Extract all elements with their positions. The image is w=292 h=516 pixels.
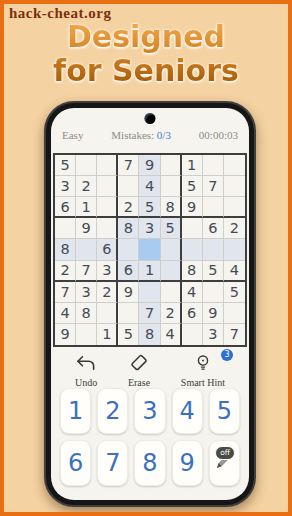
sudoku-cell-r1c1[interactable]: 5 bbox=[55, 155, 76, 176]
sudoku-cell-r7c8[interactable] bbox=[203, 282, 224, 303]
banner-title: Designed for Seniors bbox=[4, 20, 288, 88]
app-screenshot: hack-cheat.org Designed for Seniors Easy… bbox=[0, 0, 292, 516]
sudoku-cell-r4c4[interactable]: 8 bbox=[118, 218, 139, 239]
sudoku-cell-r2c6[interactable] bbox=[161, 176, 182, 197]
mistakes-label: Mistakes: bbox=[111, 129, 154, 141]
sudoku-cell-r1c3[interactable] bbox=[97, 155, 118, 176]
erase-label: Erase bbox=[128, 377, 150, 388]
numpad-4[interactable]: 4 bbox=[172, 388, 203, 434]
sudoku-cell-r7c7[interactable]: 4 bbox=[182, 282, 203, 303]
sudoku-cell-r5c6[interactable] bbox=[161, 239, 182, 260]
sudoku-cell-r4c5[interactable]: 3 bbox=[139, 218, 160, 239]
sudoku-cell-r9c7[interactable] bbox=[182, 324, 203, 345]
sudoku-cell-r5c8[interactable] bbox=[203, 239, 224, 260]
lightbulb-icon bbox=[193, 354, 213, 375]
sudoku-cell-r3c1[interactable]: 6 bbox=[55, 197, 76, 218]
sudoku-cell-r5c1[interactable]: 8 bbox=[55, 239, 76, 260]
sudoku-cell-r3c8[interactable] bbox=[203, 197, 224, 218]
sudoku-cell-r2c5[interactable]: 4 bbox=[139, 176, 160, 197]
sudoku-cell-r8c1[interactable]: 4 bbox=[55, 303, 76, 324]
sudoku-cell-r7c2[interactable]: 3 bbox=[76, 282, 97, 303]
sudoku-cell-r7c9[interactable]: 5 bbox=[224, 282, 245, 303]
sudoku-cell-r9c5[interactable]: 8 bbox=[139, 324, 160, 345]
sudoku-cell-r5c3[interactable]: 6 bbox=[97, 239, 118, 260]
sudoku-cell-r4c2[interactable]: 9 bbox=[76, 218, 97, 239]
sudoku-board: 5791324576125899835628627361854732945487… bbox=[53, 153, 247, 347]
sudoku-cell-r5c7[interactable] bbox=[182, 239, 203, 260]
sudoku-cell-r6c2[interactable]: 7 bbox=[76, 261, 97, 282]
numpad-9[interactable]: 9 bbox=[172, 440, 203, 486]
sudoku-cell-r7c4[interactable]: 9 bbox=[118, 282, 139, 303]
sudoku-cell-r8c3[interactable] bbox=[97, 303, 118, 324]
sudoku-cell-r2c8[interactable]: 7 bbox=[203, 176, 224, 197]
numpad-6[interactable]: 6 bbox=[60, 440, 91, 486]
status-bar: Easy Mistakes: 0/3 00:00:03 bbox=[51, 129, 249, 141]
sudoku-cell-r3c4[interactable]: 2 bbox=[118, 197, 139, 218]
sudoku-cell-r4c9[interactable]: 2 bbox=[224, 218, 245, 239]
camera-hole bbox=[145, 113, 156, 124]
sudoku-cell-r8c4[interactable] bbox=[118, 303, 139, 324]
toolbar: Undo Erase bbox=[51, 354, 249, 388]
sudoku-cell-r2c3[interactable] bbox=[97, 176, 118, 197]
sudoku-cell-r8c8[interactable]: 9 bbox=[203, 303, 224, 324]
numpad-5[interactable]: 5 bbox=[209, 388, 240, 434]
sudoku-cell-r6c1[interactable]: 2 bbox=[55, 261, 76, 282]
sudoku-cell-r6c8[interactable]: 5 bbox=[203, 261, 224, 282]
numpad-3[interactable]: 3 bbox=[134, 388, 165, 434]
sudoku-cell-r1c7[interactable]: 1 bbox=[182, 155, 203, 176]
sudoku-cell-r3c2[interactable]: 1 bbox=[76, 197, 97, 218]
sudoku-cell-r7c1[interactable]: 7 bbox=[55, 282, 76, 303]
eraser-icon bbox=[128, 354, 150, 375]
numpad-8[interactable]: 8 bbox=[134, 440, 165, 486]
undo-label: Undo bbox=[75, 377, 97, 388]
sudoku-cell-r1c2[interactable] bbox=[76, 155, 97, 176]
sudoku-cell-r7c5[interactable] bbox=[139, 282, 160, 303]
sudoku-cell-r6c5[interactable]: 1 bbox=[139, 261, 160, 282]
sudoku-cell-r3c7[interactable]: 9 bbox=[182, 197, 203, 218]
sudoku-cell-r6c9[interactable]: 4 bbox=[224, 261, 245, 282]
banner-line1: Designed bbox=[4, 20, 288, 54]
erase-button[interactable]: Erase bbox=[128, 354, 150, 388]
sudoku-cell-r8c7[interactable]: 6 bbox=[182, 303, 203, 324]
undo-button[interactable]: Undo bbox=[75, 354, 97, 388]
numpad-7[interactable]: 7 bbox=[97, 440, 128, 486]
sudoku-cell-r7c6[interactable] bbox=[161, 282, 182, 303]
sudoku-cell-r2c9[interactable] bbox=[224, 176, 245, 197]
number-pad: 123456789 off bbox=[51, 388, 249, 486]
sudoku-cell-r2c7[interactable]: 5 bbox=[182, 176, 203, 197]
sudoku-cell-r4c3[interactable] bbox=[97, 218, 118, 239]
pencil-notes-button[interactable]: off bbox=[209, 440, 240, 486]
sudoku-cell-r1c4[interactable]: 7 bbox=[118, 155, 139, 176]
phone-mockup: Easy Mistakes: 0/3 00:00:03 579132457612… bbox=[44, 101, 256, 507]
sudoku-cell-r9c6[interactable]: 4 bbox=[161, 324, 182, 345]
sudoku-cell-r9c8[interactable]: 3 bbox=[203, 324, 224, 345]
undo-icon bbox=[75, 354, 97, 375]
sudoku-cell-r6c7[interactable]: 8 bbox=[182, 261, 203, 282]
sudoku-cell-r1c5[interactable]: 9 bbox=[139, 155, 160, 176]
sudoku-cell-r9c9[interactable]: 7 bbox=[224, 324, 245, 345]
sudoku-cell-r8c9[interactable] bbox=[224, 303, 245, 324]
sudoku-cell-r9c4[interactable]: 5 bbox=[118, 324, 139, 345]
hint-count-badge: 3 bbox=[221, 349, 233, 361]
banner-line2: for Seniors bbox=[4, 54, 288, 88]
smart-hint-button[interactable]: 3 Smart Hint bbox=[181, 354, 225, 388]
sudoku-cell-r8c6[interactable]: 2 bbox=[161, 303, 182, 324]
smart-hint-label: Smart Hint bbox=[181, 377, 225, 388]
sudoku-cell-r5c5[interactable] bbox=[139, 239, 160, 260]
numpad-1[interactable]: 1 bbox=[60, 388, 91, 434]
numpad-2[interactable]: 2 bbox=[97, 388, 128, 434]
sudoku-cell-r4c1[interactable] bbox=[55, 218, 76, 239]
sudoku-cell-r9c1[interactable]: 9 bbox=[55, 324, 76, 345]
sudoku-cell-r6c6[interactable] bbox=[161, 261, 182, 282]
sudoku-cell-r4c8[interactable]: 6 bbox=[203, 218, 224, 239]
sudoku-cell-r7c3[interactable]: 2 bbox=[97, 282, 118, 303]
sudoku-cell-r5c4[interactable] bbox=[118, 239, 139, 260]
sudoku-cell-r3c3[interactable] bbox=[97, 197, 118, 218]
timer: 00:00:03 bbox=[199, 129, 238, 141]
sudoku-cell-r8c5[interactable]: 7 bbox=[139, 303, 160, 324]
sudoku-cell-r8c2[interactable]: 8 bbox=[76, 303, 97, 324]
sudoku-cell-r2c4[interactable] bbox=[118, 176, 139, 197]
sudoku-cell-r1c6[interactable] bbox=[161, 155, 182, 176]
sudoku-cell-r9c3[interactable]: 1 bbox=[97, 324, 118, 345]
sudoku-cell-r6c3[interactable]: 3 bbox=[97, 261, 118, 282]
sudoku-cell-r2c1[interactable]: 3 bbox=[55, 176, 76, 197]
sudoku-cell-r5c2[interactable] bbox=[76, 239, 97, 260]
sudoku-cell-r4c7[interactable] bbox=[182, 218, 203, 239]
pencil-off-badge: off bbox=[215, 446, 235, 460]
sudoku-cell-r6c4[interactable]: 6 bbox=[118, 261, 139, 282]
sudoku-cell-r3c5[interactable]: 5 bbox=[139, 197, 160, 218]
difficulty-label: Easy bbox=[62, 129, 83, 141]
sudoku-cell-r3c9[interactable] bbox=[224, 197, 245, 218]
sudoku-cell-r2c2[interactable]: 2 bbox=[76, 176, 97, 197]
sudoku-cell-r1c9[interactable] bbox=[224, 155, 245, 176]
mistakes-counter: Mistakes: 0/3 bbox=[111, 129, 171, 141]
sudoku-cell-r1c8[interactable] bbox=[203, 155, 224, 176]
mistakes-value: 0/3 bbox=[157, 129, 171, 141]
sudoku-cell-r9c2[interactable] bbox=[76, 324, 97, 345]
sudoku-cell-r5c9[interactable] bbox=[224, 239, 245, 260]
phone-screen: Easy Mistakes: 0/3 00:00:03 579132457612… bbox=[51, 108, 249, 500]
sudoku-cell-r3c6[interactable]: 8 bbox=[161, 197, 182, 218]
sudoku-cell-r4c6[interactable]: 5 bbox=[161, 218, 182, 239]
